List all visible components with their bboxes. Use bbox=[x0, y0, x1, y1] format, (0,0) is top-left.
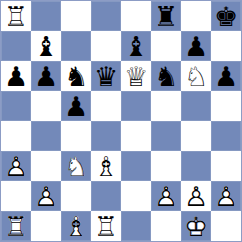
white-queen[interactable]: ♛♕ bbox=[121, 61, 151, 91]
square-b1[interactable] bbox=[31, 211, 61, 241]
square-e6[interactable]: ♛♕ bbox=[121, 61, 151, 91]
square-e4[interactable] bbox=[121, 121, 151, 151]
black-knight-glyph: ♞ bbox=[151, 61, 181, 91]
white-pawn[interactable]: ♟♙ bbox=[211, 181, 241, 211]
square-b2[interactable]: ♟♙ bbox=[31, 181, 61, 211]
black-queen-glyph: ♛ bbox=[91, 61, 121, 91]
square-e1[interactable] bbox=[121, 211, 151, 241]
square-h6[interactable]: ♟ bbox=[211, 61, 241, 91]
square-b3[interactable] bbox=[31, 151, 61, 181]
square-a6[interactable]: ♟ bbox=[1, 61, 31, 91]
square-h8[interactable]: ♚ bbox=[211, 1, 241, 31]
black-rook[interactable]: ♜ bbox=[151, 1, 181, 31]
square-c6[interactable]: ♞ bbox=[61, 61, 91, 91]
square-g3[interactable] bbox=[181, 151, 211, 181]
white-knight-glyph: ♘ bbox=[181, 61, 211, 91]
square-f8[interactable]: ♜ bbox=[151, 1, 181, 31]
white-knight-glyph: ♘ bbox=[61, 151, 91, 181]
square-c4[interactable] bbox=[61, 121, 91, 151]
white-pawn[interactable]: ♟♙ bbox=[31, 181, 61, 211]
white-pawn[interactable]: ♟♙ bbox=[151, 181, 181, 211]
square-f3[interactable] bbox=[151, 151, 181, 181]
square-b4[interactable] bbox=[31, 121, 61, 151]
square-d3[interactable]: ♝♗ bbox=[91, 151, 121, 181]
square-c7[interactable] bbox=[61, 31, 91, 61]
black-knight[interactable]: ♞ bbox=[151, 61, 181, 91]
white-rook-glyph: ♖ bbox=[91, 211, 121, 241]
black-pawn-glyph: ♟ bbox=[181, 31, 211, 61]
square-e3[interactable] bbox=[121, 151, 151, 181]
chess-board-container: ♜♖♜♚♝♝♟♟♟♞♛♛♕♞♞♘♟♟♟♙♞♘♝♗♟♙♟♙♟♙♟♙♜♖♝♗♜♖♚♔ bbox=[0, 0, 242, 242]
black-pawn[interactable]: ♟ bbox=[61, 91, 91, 121]
square-f1[interactable] bbox=[151, 211, 181, 241]
square-b7[interactable]: ♝ bbox=[31, 31, 61, 61]
white-pawn-glyph: ♙ bbox=[151, 181, 181, 211]
square-d6[interactable]: ♛ bbox=[91, 61, 121, 91]
square-f4[interactable] bbox=[151, 121, 181, 151]
black-bishop-glyph: ♝ bbox=[31, 31, 61, 61]
square-d1[interactable]: ♜♖ bbox=[91, 211, 121, 241]
white-pawn[interactable]: ♟♙ bbox=[181, 181, 211, 211]
black-pawn-glyph: ♟ bbox=[31, 61, 61, 91]
square-c5[interactable]: ♟ bbox=[61, 91, 91, 121]
white-knight[interactable]: ♞♘ bbox=[61, 151, 91, 181]
square-c8[interactable] bbox=[61, 1, 91, 31]
black-rook-glyph: ♜ bbox=[151, 1, 181, 31]
white-bishop[interactable]: ♝♗ bbox=[91, 151, 121, 181]
black-pawn-glyph: ♟ bbox=[211, 61, 241, 91]
square-c3[interactable]: ♞♘ bbox=[61, 151, 91, 181]
black-knight-glyph: ♞ bbox=[61, 61, 91, 91]
square-e7[interactable]: ♝ bbox=[121, 31, 151, 61]
square-c1[interactable]: ♝♗ bbox=[61, 211, 91, 241]
square-b6[interactable]: ♟ bbox=[31, 61, 61, 91]
square-g6[interactable]: ♞♘ bbox=[181, 61, 211, 91]
white-bishop-glyph: ♗ bbox=[61, 211, 91, 241]
black-pawn-glyph: ♟ bbox=[61, 91, 91, 121]
square-d2[interactable] bbox=[91, 181, 121, 211]
square-a4[interactable] bbox=[1, 121, 31, 151]
white-rook-glyph: ♖ bbox=[1, 1, 31, 31]
black-pawn[interactable]: ♟ bbox=[1, 61, 31, 91]
square-h7[interactable] bbox=[211, 31, 241, 61]
black-queen[interactable]: ♛ bbox=[91, 61, 121, 91]
square-f6[interactable]: ♞ bbox=[151, 61, 181, 91]
black-pawn[interactable]: ♟ bbox=[31, 61, 61, 91]
square-f2[interactable]: ♟♙ bbox=[151, 181, 181, 211]
square-g4[interactable] bbox=[181, 121, 211, 151]
white-pawn-glyph: ♙ bbox=[181, 181, 211, 211]
square-g8[interactable] bbox=[181, 1, 211, 31]
square-g2[interactable]: ♟♙ bbox=[181, 181, 211, 211]
square-a5[interactable] bbox=[1, 91, 31, 121]
black-pawn[interactable]: ♟ bbox=[181, 31, 211, 61]
square-g7[interactable]: ♟ bbox=[181, 31, 211, 61]
square-d5[interactable] bbox=[91, 91, 121, 121]
square-d8[interactable] bbox=[91, 1, 121, 31]
square-f7[interactable] bbox=[151, 31, 181, 61]
square-a1[interactable]: ♜♖ bbox=[1, 211, 31, 241]
square-h4[interactable] bbox=[211, 121, 241, 151]
white-rook[interactable]: ♜♖ bbox=[1, 211, 31, 241]
white-king-glyph: ♔ bbox=[181, 211, 211, 241]
square-b5[interactable] bbox=[31, 91, 61, 121]
square-b8[interactable] bbox=[31, 1, 61, 31]
white-pawn-glyph: ♙ bbox=[1, 151, 31, 181]
square-g5[interactable] bbox=[181, 91, 211, 121]
white-rook[interactable]: ♜♖ bbox=[1, 1, 31, 31]
black-bishop-glyph: ♝ bbox=[121, 31, 151, 61]
chess-board: ♜♖♜♚♝♝♟♟♟♞♛♛♕♞♞♘♟♟♟♙♞♘♝♗♟♙♟♙♟♙♟♙♜♖♝♗♜♖♚♔ bbox=[0, 0, 242, 242]
white-king[interactable]: ♚♔ bbox=[181, 211, 211, 241]
white-rook[interactable]: ♜♖ bbox=[91, 211, 121, 241]
square-c2[interactable] bbox=[61, 181, 91, 211]
square-a8[interactable]: ♜♖ bbox=[1, 1, 31, 31]
white-pawn[interactable]: ♟♙ bbox=[1, 151, 31, 181]
black-bishop[interactable]: ♝ bbox=[121, 31, 151, 61]
black-king[interactable]: ♚ bbox=[211, 1, 241, 31]
square-h5[interactable] bbox=[211, 91, 241, 121]
square-d7[interactable] bbox=[91, 31, 121, 61]
white-pawn-glyph: ♙ bbox=[31, 181, 61, 211]
square-h2[interactable]: ♟♙ bbox=[211, 181, 241, 211]
black-pawn[interactable]: ♟ bbox=[211, 61, 241, 91]
white-bishop-glyph: ♗ bbox=[91, 151, 121, 181]
black-bishop[interactable]: ♝ bbox=[31, 31, 61, 61]
square-e5[interactable] bbox=[121, 91, 151, 121]
square-f5[interactable] bbox=[151, 91, 181, 121]
white-queen-glyph: ♕ bbox=[121, 61, 151, 91]
white-pawn-glyph: ♙ bbox=[211, 181, 241, 211]
square-a7[interactable] bbox=[1, 31, 31, 61]
square-h3[interactable] bbox=[211, 151, 241, 181]
square-g1[interactable]: ♚♔ bbox=[181, 211, 211, 241]
black-knight[interactable]: ♞ bbox=[61, 61, 91, 91]
white-rook-glyph: ♖ bbox=[1, 211, 31, 241]
white-knight[interactable]: ♞♘ bbox=[181, 61, 211, 91]
square-e8[interactable] bbox=[121, 1, 151, 31]
square-h1[interactable] bbox=[211, 211, 241, 241]
square-d4[interactable] bbox=[91, 121, 121, 151]
square-e2[interactable] bbox=[121, 181, 151, 211]
square-a3[interactable]: ♟♙ bbox=[1, 151, 31, 181]
black-pawn-glyph: ♟ bbox=[1, 61, 31, 91]
square-a2[interactable] bbox=[1, 181, 31, 211]
white-bishop[interactable]: ♝♗ bbox=[61, 211, 91, 241]
black-king-glyph: ♚ bbox=[211, 1, 241, 31]
